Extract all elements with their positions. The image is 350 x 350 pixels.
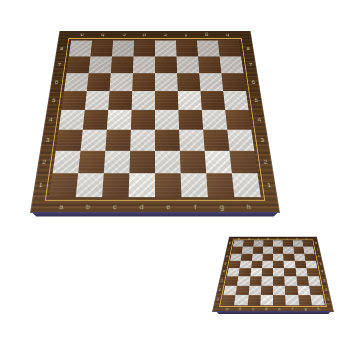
- rank-label: 4: [257, 117, 262, 123]
- square-a8: [69, 41, 92, 57]
- square-d4: [131, 110, 155, 130]
- square-a6: [64, 73, 89, 91]
- rank-label: 2: [218, 288, 221, 291]
- square-f4: [178, 110, 203, 130]
- square-g5: [294, 261, 306, 269]
- square-a3: [56, 130, 83, 151]
- square-c7: [111, 56, 134, 73]
- rank-label: 3: [260, 137, 265, 143]
- square-f1: [285, 295, 298, 305]
- square-h5: [305, 261, 317, 269]
- file-label: h: [306, 237, 308, 239]
- rank-label: 7: [249, 62, 253, 67]
- rank-label: 2: [263, 159, 268, 166]
- square-h1: [310, 295, 324, 305]
- square-e1: [155, 173, 181, 197]
- file-label: b: [101, 32, 105, 37]
- square-f5: [284, 261, 295, 269]
- file-label: d: [139, 203, 144, 211]
- square-f1: [181, 173, 208, 197]
- square-c6: [110, 73, 133, 91]
- square-b5: [85, 91, 110, 110]
- square-g2: [205, 151, 232, 173]
- square-d5: [262, 261, 273, 269]
- file-label: e: [277, 237, 279, 239]
- square-e2: [273, 285, 285, 295]
- file-label: a: [59, 203, 64, 211]
- square-h4: [306, 268, 319, 276]
- square-a7: [67, 56, 91, 73]
- file-label: b: [248, 237, 250, 239]
- square-g8: [197, 41, 220, 57]
- square-g7: [198, 56, 221, 73]
- square-b3: [81, 130, 107, 151]
- file-labels-top: abcdefgh: [234, 237, 311, 240]
- square-d3: [261, 276, 273, 285]
- square-h6: [221, 73, 246, 91]
- rank-label: 4: [48, 117, 53, 123]
- file-label: b: [85, 203, 90, 211]
- square-e5: [155, 91, 178, 110]
- square-h7: [303, 247, 314, 254]
- file-label: g: [205, 32, 209, 37]
- chessboard-small-scene: abcdefgh abcdefgh 87654321 87654321: [212, 190, 334, 312]
- square-d2: [261, 285, 273, 295]
- square-c1: [247, 295, 260, 305]
- rank-label: 7: [227, 249, 229, 251]
- square-h7: [220, 56, 244, 73]
- square-b6: [87, 73, 111, 91]
- rank-label: 4: [222, 271, 225, 274]
- board-squares: [49, 41, 261, 198]
- rank-label: 6: [251, 79, 256, 84]
- file-label: a: [238, 237, 240, 239]
- square-f2: [180, 151, 206, 173]
- rank-label: 8: [246, 46, 250, 51]
- square-e4: [273, 268, 284, 276]
- square-f4: [284, 268, 296, 276]
- square-b2: [236, 285, 249, 295]
- rank-label: 1: [216, 298, 219, 302]
- square-e7: [155, 56, 177, 73]
- chessboard-small: abcdefgh abcdefgh 87654321 87654321: [212, 237, 334, 312]
- file-label: f: [287, 237, 288, 239]
- file-label: c: [258, 237, 260, 239]
- file-label: d: [143, 32, 147, 37]
- file-label: g: [296, 237, 298, 239]
- file-label: f: [185, 32, 187, 37]
- square-c2: [104, 151, 130, 173]
- square-c1: [102, 173, 129, 197]
- square-d7: [133, 56, 155, 73]
- square-h3: [307, 276, 320, 285]
- square-e3: [155, 130, 180, 151]
- square-b7: [89, 56, 112, 73]
- rank-label: 6: [54, 79, 59, 84]
- square-d1: [260, 295, 273, 305]
- square-b7: [242, 247, 253, 254]
- rank-label: 1: [327, 298, 330, 302]
- square-d2: [129, 151, 155, 173]
- rank-label: 8: [229, 242, 231, 244]
- rank-label: 1: [38, 181, 43, 188]
- square-e5: [273, 261, 284, 269]
- square-d6: [132, 73, 155, 91]
- board-squares: [221, 240, 324, 305]
- square-c4: [107, 110, 132, 130]
- square-c3: [249, 276, 261, 285]
- square-e4: [155, 110, 179, 130]
- rank-label: 2: [325, 288, 328, 291]
- square-g5: [200, 91, 225, 110]
- board-side-edge-small: [215, 311, 332, 315]
- square-b1: [234, 295, 248, 305]
- square-f5: [178, 91, 202, 110]
- file-labels-top: abcdefgh: [71, 31, 238, 38]
- square-e8: [273, 240, 283, 246]
- square-a2: [53, 151, 81, 173]
- rank-label: 5: [254, 97, 259, 103]
- rank-label: 5: [51, 97, 56, 103]
- file-label: e: [166, 203, 171, 211]
- rank-label: 1: [267, 181, 272, 188]
- square-f2: [285, 285, 298, 295]
- chessboard-large-scene: abcdefgh abcdefgh 87654321 87654321: [30, 0, 280, 213]
- rank-label: 6: [318, 256, 321, 258]
- rank-label: 5: [319, 263, 322, 266]
- square-b1: [76, 173, 104, 197]
- square-g3: [203, 130, 229, 151]
- square-h3: [227, 130, 254, 151]
- square-c8: [112, 41, 134, 57]
- square-a5: [229, 261, 241, 269]
- rank-label: 7: [316, 249, 318, 251]
- rank-label: 6: [226, 256, 229, 258]
- square-e8: [155, 41, 177, 57]
- file-label: c: [113, 203, 117, 211]
- square-g6: [199, 73, 223, 91]
- square-f6: [177, 73, 200, 91]
- square-a4: [59, 110, 85, 130]
- square-d4: [262, 268, 273, 276]
- rank-label: 8: [315, 242, 317, 244]
- rank-label: 3: [220, 279, 223, 282]
- square-b6: [241, 253, 252, 260]
- square-g4: [202, 110, 227, 130]
- square-e6: [155, 73, 178, 91]
- square-g2: [297, 285, 310, 295]
- square-c2: [248, 285, 261, 295]
- square-h4: [225, 110, 251, 130]
- file-label: d: [267, 237, 269, 239]
- file-label: a: [80, 32, 84, 37]
- square-a1: [49, 173, 78, 197]
- rank-label: 5: [224, 263, 227, 266]
- square-f3: [284, 276, 296, 285]
- rank-label: 2: [42, 159, 47, 166]
- square-b4: [239, 268, 251, 276]
- square-h2: [309, 285, 323, 295]
- square-e3: [273, 276, 285, 285]
- square-h5: [223, 91, 248, 110]
- square-c8: [253, 240, 263, 246]
- square-d3: [130, 130, 155, 151]
- square-c7: [252, 247, 263, 254]
- square-g7: [293, 247, 304, 254]
- rank-label: 3: [323, 279, 326, 282]
- square-b2: [78, 151, 105, 173]
- square-d7: [263, 247, 273, 254]
- file-label: c: [122, 32, 125, 37]
- square-a5: [61, 91, 86, 110]
- square-e6: [273, 253, 284, 260]
- square-h2: [229, 151, 257, 173]
- square-c4: [250, 268, 262, 276]
- square-f7: [177, 56, 200, 73]
- square-d5: [132, 91, 155, 110]
- square-h8: [218, 41, 241, 57]
- square-b3: [237, 276, 250, 285]
- rank-label: 8: [60, 46, 64, 51]
- chessboard-large: abcdefgh abcdefgh 87654321 87654321: [30, 31, 280, 213]
- square-c3: [105, 130, 131, 151]
- rank-label: 3: [45, 137, 50, 143]
- square-e7: [273, 247, 283, 254]
- square-d1: [129, 173, 155, 197]
- square-c5: [251, 261, 262, 269]
- square-f3: [179, 130, 205, 151]
- file-label: f: [194, 203, 197, 211]
- square-f6: [283, 253, 294, 260]
- square-e2: [155, 151, 181, 173]
- square-d8: [133, 41, 155, 57]
- file-label: e: [164, 32, 168, 37]
- square-a6: [230, 253, 242, 260]
- square-b8: [90, 41, 113, 57]
- square-c5: [108, 91, 132, 110]
- square-f7: [283, 247, 294, 254]
- square-e1: [273, 295, 286, 305]
- square-c6: [252, 253, 263, 260]
- file-label: h: [226, 32, 230, 37]
- square-b4: [83, 110, 108, 130]
- rank-label: 4: [321, 271, 324, 274]
- square-h6: [304, 253, 316, 260]
- square-d6: [262, 253, 273, 260]
- square-f8: [176, 41, 198, 57]
- rank-label: 7: [57, 62, 61, 67]
- square-b5: [240, 261, 252, 269]
